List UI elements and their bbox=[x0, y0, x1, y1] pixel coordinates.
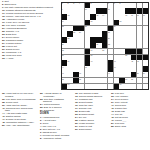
clue-number: 36. bbox=[2, 98, 6, 100]
grid-cell[interactable] bbox=[114, 31, 119, 37]
clue-number: 19. bbox=[2, 21, 6, 23]
clue-number: 23. bbox=[75, 113, 79, 115]
grid-cell[interactable]: 40 bbox=[90, 60, 96, 65]
clue-number: 5. bbox=[40, 128, 43, 130]
clue-number: 37. bbox=[111, 101, 115, 103]
clue-number: 25. bbox=[75, 119, 79, 121]
clue-number: 33. bbox=[2, 57, 6, 59]
grid-cell[interactable]: 53 bbox=[79, 78, 84, 83]
grid-cell[interactable] bbox=[125, 3, 131, 8]
clue-number: 33. bbox=[111, 95, 115, 97]
grid-cell[interactable]: 21 bbox=[119, 20, 124, 25]
clue-number: 30. bbox=[111, 92, 115, 94]
grid-cell[interactable] bbox=[125, 84, 131, 90]
grid-cell[interactable] bbox=[119, 49, 124, 55]
grid-cell[interactable] bbox=[137, 84, 142, 90]
grid-cell[interactable] bbox=[137, 20, 142, 25]
cell-number: 39 bbox=[67, 60, 69, 62]
grid-cell[interactable]: 25 bbox=[73, 31, 79, 37]
grid-cell[interactable]: 4 bbox=[79, 3, 84, 8]
clue-number: 1. bbox=[2, 0, 5, 2]
grid-cell[interactable] bbox=[131, 31, 136, 37]
cell-number: 24 bbox=[114, 25, 116, 27]
grid-cell[interactable] bbox=[137, 31, 142, 37]
clue-item: 33. "A plus" bbox=[2, 57, 57, 60]
grid-cell[interactable] bbox=[114, 43, 119, 48]
grid-cell[interactable]: 22 bbox=[62, 26, 67, 31]
cell-number: 8 bbox=[120, 2, 121, 4]
clue-number: 56. bbox=[40, 106, 44, 108]
grid-cell[interactable]: 14 bbox=[102, 14, 107, 20]
grid-cell[interactable] bbox=[73, 43, 79, 48]
cell-number: 56 bbox=[67, 83, 69, 85]
grid-cell[interactable]: 32 bbox=[108, 43, 114, 48]
across-clues-column-1: 1. Snit5. Sharp blow9. The first Hawaiia… bbox=[2, 0, 57, 90]
cell-number: 1 bbox=[62, 2, 63, 4]
grid-cell[interactable] bbox=[143, 60, 149, 65]
grid-cell[interactable] bbox=[73, 49, 79, 55]
grid-cell[interactable] bbox=[102, 84, 107, 90]
clue-number: 29. bbox=[75, 128, 79, 130]
grid-cell-black bbox=[73, 78, 79, 83]
clue-number: 21. bbox=[2, 27, 6, 29]
grid-cell[interactable] bbox=[137, 3, 142, 8]
grid-cell[interactable]: 31 bbox=[96, 43, 101, 48]
clue-number: 27. bbox=[2, 42, 6, 44]
clue-item: 53. One-time elastband discount bbox=[40, 98, 72, 103]
grid-cell[interactable] bbox=[90, 84, 96, 90]
grid-cell[interactable] bbox=[137, 26, 142, 31]
grid-cell[interactable] bbox=[143, 78, 149, 83]
clue-number: 32. bbox=[2, 54, 6, 56]
clue-item: 55. Sticky stuff bbox=[111, 125, 148, 128]
clue-number: 38. bbox=[2, 101, 6, 103]
grid-cell[interactable] bbox=[73, 66, 79, 72]
grid-cell-black bbox=[85, 49, 90, 55]
grid-cell[interactable] bbox=[119, 60, 124, 65]
cell-number: 33 bbox=[62, 49, 64, 51]
clue-number: 26. bbox=[2, 39, 6, 41]
clue-number: 34. bbox=[111, 98, 115, 100]
grid-cell[interactable] bbox=[125, 66, 131, 72]
grid-cell[interactable]: 11 bbox=[108, 8, 114, 13]
grid-cell[interactable] bbox=[102, 26, 107, 31]
cell-number: 28 bbox=[67, 37, 69, 39]
cell-number: 48 bbox=[79, 72, 81, 74]
grid-cell[interactable] bbox=[79, 60, 84, 65]
clue-number: 52. bbox=[40, 92, 44, 94]
grid-cell[interactable] bbox=[79, 14, 84, 20]
grid-cell[interactable]: 46 bbox=[114, 66, 119, 72]
grid-cell[interactable] bbox=[131, 66, 136, 72]
clue-item: 50. "May I say something?" bbox=[2, 124, 36, 127]
grid-cell[interactable]: 43 bbox=[137, 60, 142, 65]
cell-number: 36 bbox=[62, 54, 64, 56]
grid-cell[interactable] bbox=[85, 31, 90, 37]
grid-cell[interactable]: 7 bbox=[114, 3, 119, 8]
grid-cell[interactable] bbox=[67, 49, 72, 55]
grid-cell[interactable] bbox=[131, 43, 136, 48]
clue-number: 47. bbox=[2, 118, 6, 120]
cell-number: 31 bbox=[96, 43, 98, 45]
grid-cell[interactable] bbox=[114, 72, 119, 77]
grid-cell[interactable] bbox=[143, 20, 149, 25]
grid-cell[interactable] bbox=[96, 3, 101, 8]
grid-cell[interactable] bbox=[102, 60, 107, 65]
grid-cell[interactable]: 52 bbox=[62, 78, 67, 83]
grid-cell[interactable] bbox=[114, 37, 119, 42]
clue-number: 29. bbox=[2, 48, 6, 50]
grid-cell-black bbox=[102, 37, 107, 42]
cell-number: 22 bbox=[62, 25, 64, 27]
grid-cell[interactable] bbox=[108, 14, 114, 20]
cell-number: 19 bbox=[62, 20, 64, 22]
clue-number: 45. bbox=[111, 116, 115, 118]
cell-number: 26 bbox=[79, 31, 81, 33]
grid-cell[interactable] bbox=[79, 37, 84, 42]
clue-number: 54. bbox=[40, 103, 44, 105]
grid-cell[interactable]: 20 bbox=[90, 20, 96, 25]
across-end-and-down-clues-column: 52. Actress Singer of "Footloose"53. One… bbox=[40, 92, 72, 149]
clue-number: 12. bbox=[2, 15, 6, 17]
grid-cell[interactable]: 23 bbox=[85, 26, 90, 31]
grid-cell[interactable] bbox=[119, 8, 124, 13]
cell-number: 4 bbox=[79, 2, 80, 4]
clue-number: 26. bbox=[75, 122, 79, 124]
grid-cell[interactable] bbox=[114, 8, 119, 13]
grid-cell[interactable] bbox=[73, 60, 79, 65]
clue-number: 11. bbox=[2, 12, 6, 14]
clue-number: 20. bbox=[2, 24, 6, 26]
grid-cell[interactable] bbox=[102, 66, 107, 72]
clue-number: 17. bbox=[75, 107, 79, 109]
clue-number: 16. bbox=[75, 104, 79, 106]
grid-cell[interactable] bbox=[85, 37, 90, 42]
grid-cell[interactable] bbox=[102, 55, 107, 60]
grid-cell[interactable] bbox=[114, 78, 119, 83]
crossword-grid[interactable]: 1234567891011121314151617181920212223242… bbox=[61, 2, 150, 91]
clue-number: 8. bbox=[40, 137, 43, 139]
grid-cell[interactable] bbox=[96, 66, 101, 72]
grid-cell[interactable] bbox=[102, 78, 107, 83]
grid-cell[interactable] bbox=[90, 78, 96, 83]
cell-number: 9 bbox=[62, 8, 63, 10]
cell-number: 49 bbox=[108, 72, 110, 74]
grid-cell[interactable] bbox=[119, 37, 124, 42]
cell-number: 47 bbox=[62, 72, 64, 74]
cell-number: 17 bbox=[137, 14, 139, 16]
grid-cell[interactable] bbox=[119, 66, 124, 72]
grid-cell[interactable] bbox=[143, 31, 149, 37]
grid-cell[interactable] bbox=[108, 20, 114, 25]
grid-cell[interactable] bbox=[85, 14, 90, 20]
grid-cell-black bbox=[90, 37, 96, 42]
cell-number: 57 bbox=[120, 83, 122, 85]
grid-cell[interactable]: 35 bbox=[102, 49, 107, 55]
cell-number: 43 bbox=[137, 60, 139, 62]
grid-cell[interactable] bbox=[125, 20, 131, 25]
grid-cell[interactable] bbox=[96, 26, 101, 31]
clue-number: 40. bbox=[2, 107, 6, 109]
grid-cell[interactable] bbox=[114, 14, 119, 20]
cell-number: 41 bbox=[114, 60, 116, 62]
grid-cell[interactable]: 49 bbox=[108, 72, 114, 77]
grid-cell[interactable]: 24 bbox=[114, 26, 119, 31]
clue-number: 24. bbox=[2, 36, 6, 38]
grid-cell[interactable] bbox=[67, 26, 72, 31]
clue-number: 46. bbox=[2, 115, 6, 117]
grid-cell[interactable]: 55 bbox=[131, 78, 136, 83]
cell-number: 20 bbox=[91, 20, 93, 22]
grid-cell[interactable]: 26 bbox=[79, 31, 84, 37]
grid-cell[interactable] bbox=[143, 49, 149, 55]
grid-cell[interactable] bbox=[67, 72, 72, 77]
grid-cell[interactable] bbox=[125, 37, 131, 42]
grid-cell[interactable] bbox=[108, 84, 114, 90]
grid-cell[interactable]: 45 bbox=[85, 66, 90, 72]
grid-cell[interactable]: 54 bbox=[125, 78, 131, 83]
grid-cell[interactable]: 9 bbox=[62, 8, 67, 13]
grid-cell[interactable]: 3 bbox=[73, 3, 79, 8]
grid-cell[interactable] bbox=[119, 72, 124, 77]
grid-cell[interactable] bbox=[79, 8, 84, 13]
clue-number: 14. bbox=[75, 98, 79, 100]
cell-number: 5 bbox=[91, 2, 92, 4]
clue-number: 43. bbox=[111, 110, 115, 112]
cell-number: 23 bbox=[85, 25, 87, 27]
grid-cell[interactable] bbox=[96, 60, 101, 65]
grid-cell[interactable] bbox=[85, 84, 90, 90]
grid-cell[interactable] bbox=[90, 8, 96, 13]
clue-item: 35. Horse that never played by Mumbai bbox=[2, 92, 36, 97]
clue-item: 8. Ambulance initials bbox=[40, 137, 72, 140]
grid-cell[interactable] bbox=[90, 26, 96, 31]
cell-number: 11 bbox=[108, 8, 110, 10]
grid-cell[interactable] bbox=[119, 43, 124, 48]
clue-number: 12. bbox=[75, 92, 79, 94]
cell-number: 13 bbox=[96, 14, 98, 16]
grid-cell[interactable] bbox=[73, 84, 79, 90]
grid-cell[interactable] bbox=[90, 66, 96, 72]
grid-cell[interactable]: 18 bbox=[143, 14, 149, 20]
grid-cell[interactable]: 42 bbox=[131, 60, 136, 65]
grid-cell[interactable] bbox=[79, 20, 84, 25]
grid-cell[interactable] bbox=[79, 55, 84, 60]
across-clues-column-2: 35. Horse that never played by Mumbai36.… bbox=[2, 92, 36, 149]
crossword-page: 1234567891011121314151617181920212223242… bbox=[0, 0, 150, 150]
grid-cell[interactable] bbox=[114, 49, 119, 55]
grid-cell[interactable]: 15 bbox=[125, 14, 131, 20]
grid-cell[interactable] bbox=[143, 26, 149, 31]
cell-number: 52 bbox=[62, 78, 64, 80]
clue-item: 52. Actress Singer of "Footloose" bbox=[40, 92, 72, 97]
grid-cell[interactable] bbox=[108, 55, 114, 60]
clue-number: 31. bbox=[2, 51, 6, 53]
grid-cell[interactable] bbox=[125, 60, 131, 65]
grid-cell[interactable] bbox=[131, 20, 136, 25]
clue-number: 49. bbox=[111, 119, 115, 121]
grid-cell[interactable] bbox=[143, 37, 149, 42]
grid-cell[interactable] bbox=[96, 49, 101, 55]
grid-cell[interactable]: 12 bbox=[67, 14, 72, 20]
cell-number: 54 bbox=[125, 78, 127, 80]
grid-cell[interactable] bbox=[102, 72, 107, 77]
clue-number: 15. bbox=[75, 101, 79, 103]
grid-cell[interactable] bbox=[102, 3, 107, 8]
grid-cell[interactable] bbox=[137, 78, 142, 83]
cell-number: 44 bbox=[62, 66, 64, 68]
grid-cell[interactable] bbox=[131, 26, 136, 31]
grid-cell[interactable] bbox=[96, 20, 101, 25]
cell-number: 15 bbox=[125, 14, 127, 16]
clue-number: 28. bbox=[2, 45, 6, 47]
grid-cell[interactable] bbox=[90, 72, 96, 77]
grid-cell[interactable] bbox=[79, 43, 84, 48]
grid-cell[interactable] bbox=[85, 72, 90, 77]
cell-number: 7 bbox=[114, 2, 115, 4]
grid-cell[interactable] bbox=[125, 43, 131, 48]
clue-number: 44. bbox=[111, 113, 115, 115]
clue-number: 55. bbox=[111, 125, 115, 127]
grid-cell[interactable] bbox=[73, 20, 79, 25]
grid-cell[interactable]: 10 bbox=[85, 8, 90, 13]
grid-cell[interactable] bbox=[79, 84, 84, 90]
grid-cell[interactable] bbox=[85, 43, 90, 48]
cell-number: 35 bbox=[102, 49, 104, 51]
grid-cell[interactable]: 2 bbox=[67, 3, 72, 8]
grid-cell[interactable] bbox=[108, 49, 114, 55]
cell-number: 27 bbox=[108, 31, 110, 33]
grid-cell[interactable] bbox=[96, 72, 101, 77]
clue-number: 42. bbox=[111, 107, 115, 109]
clue-number: 23. bbox=[2, 33, 6, 35]
grid-cell[interactable] bbox=[62, 31, 67, 37]
clue-number: 6. bbox=[40, 131, 43, 133]
grid-cell[interactable] bbox=[67, 66, 72, 72]
grid-cell[interactable]: 39 bbox=[67, 60, 72, 65]
cell-number: 46 bbox=[114, 66, 116, 68]
clue-number: 53. bbox=[40, 98, 44, 100]
cell-number: 16 bbox=[131, 14, 133, 16]
grid-cell[interactable] bbox=[119, 55, 124, 60]
grid-cell[interactable] bbox=[73, 37, 79, 42]
grid-cell[interactable] bbox=[96, 31, 101, 37]
grid-cell[interactable]: 51 bbox=[143, 72, 149, 77]
grid-cell[interactable]: 38 bbox=[125, 55, 131, 60]
clue-number: 48. bbox=[2, 121, 6, 123]
grid-cell[interactable] bbox=[79, 49, 84, 55]
grid-cell[interactable]: 17 bbox=[137, 14, 142, 20]
grid-cell[interactable]: 36 bbox=[62, 55, 67, 60]
down-clues-column-2: 12. The domain of Eos13. Checkerboard sq… bbox=[75, 92, 108, 149]
grid-cell[interactable] bbox=[125, 31, 131, 37]
clue-item: 29. Salon supply bbox=[75, 128, 108, 131]
clue-number: 10. bbox=[2, 9, 6, 11]
clue-number: 2. bbox=[40, 119, 43, 121]
grid-cell[interactable]: 57 bbox=[119, 84, 124, 90]
grid-cell[interactable] bbox=[73, 14, 79, 20]
grid-cell[interactable]: 16 bbox=[131, 14, 136, 20]
cell-number: 32 bbox=[108, 43, 110, 45]
grid-cell[interactable] bbox=[96, 84, 101, 90]
clue-number: 35. bbox=[2, 92, 6, 94]
grid-cell[interactable] bbox=[85, 78, 90, 83]
grid-cell-black bbox=[85, 55, 90, 60]
clue-number: 1. bbox=[40, 116, 43, 118]
grid-cell[interactable] bbox=[90, 31, 96, 37]
grid-cell[interactable] bbox=[73, 55, 79, 60]
grid-cell[interactable] bbox=[119, 31, 124, 37]
cell-number: 10 bbox=[85, 8, 87, 10]
grid-cell[interactable]: 28 bbox=[67, 37, 72, 42]
grid-cell-black bbox=[114, 84, 119, 90]
cell-number: 34 bbox=[91, 49, 93, 51]
grid-cell[interactable] bbox=[96, 55, 101, 60]
grid-cell[interactable] bbox=[125, 26, 131, 31]
grid-cell[interactable] bbox=[131, 37, 136, 42]
grid-cell-black bbox=[108, 60, 114, 65]
clue-number: 50. bbox=[2, 124, 6, 126]
grid-cell[interactable] bbox=[67, 43, 72, 48]
cell-number: 53 bbox=[79, 78, 81, 80]
grid-cell[interactable] bbox=[73, 8, 79, 13]
grid-cell[interactable] bbox=[137, 43, 142, 48]
cell-number: 18 bbox=[143, 14, 145, 16]
grid-cell[interactable] bbox=[102, 20, 107, 25]
clue-number: 4. bbox=[40, 125, 43, 127]
grid-cell[interactable]: 5 bbox=[90, 3, 96, 8]
grid-cell-black bbox=[102, 31, 107, 37]
grid-cell[interactable] bbox=[143, 3, 149, 8]
grid-cell[interactable] bbox=[131, 84, 136, 90]
clue-number: 44. bbox=[2, 112, 6, 114]
clue-number: 7. bbox=[40, 134, 43, 136]
clue-number: 24. bbox=[75, 116, 79, 118]
grid-cell[interactable] bbox=[131, 3, 136, 8]
cell-number: 45 bbox=[85, 66, 87, 68]
clue-item: 40. Chemical-free dining room table bbox=[2, 107, 36, 112]
clue-number: 13. bbox=[75, 95, 79, 97]
grid-cell[interactable] bbox=[108, 78, 114, 83]
grid-cell-black bbox=[131, 49, 136, 55]
cell-number: 40 bbox=[91, 60, 93, 62]
clue-number: 5. bbox=[2, 3, 5, 5]
clue-number: 27. bbox=[75, 125, 79, 127]
grid-cell-black bbox=[143, 55, 149, 60]
cell-number: 42 bbox=[131, 60, 133, 62]
grid-cell[interactable]: 13 bbox=[96, 14, 101, 20]
cell-number: 14 bbox=[102, 14, 104, 16]
grid-cell[interactable] bbox=[143, 43, 149, 48]
cell-number: 2 bbox=[67, 2, 68, 4]
grid-cell[interactable] bbox=[96, 78, 101, 83]
grid-cell[interactable]: 50 bbox=[137, 72, 142, 77]
grid-cell[interactable] bbox=[119, 26, 124, 31]
grid-cell-black bbox=[62, 84, 67, 90]
grid-cell[interactable] bbox=[67, 20, 72, 25]
clue-number: 3. bbox=[40, 122, 43, 124]
grid-cell[interactable] bbox=[137, 37, 142, 42]
cell-number: 29 bbox=[108, 37, 110, 39]
cell-number: 55 bbox=[131, 78, 133, 80]
grid-cell[interactable]: 56 bbox=[67, 84, 72, 90]
cell-number: 37 bbox=[91, 54, 93, 56]
grid-cell[interactable]: 8 bbox=[119, 3, 124, 8]
clue-number: 41. bbox=[111, 104, 115, 106]
clue-number: 51. bbox=[111, 122, 115, 124]
grid-cell[interactable] bbox=[143, 84, 149, 90]
cell-number: 12 bbox=[67, 14, 69, 16]
